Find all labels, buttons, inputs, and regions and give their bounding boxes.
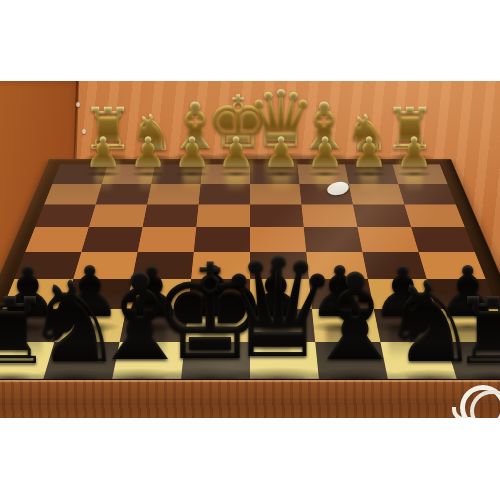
white-pawn-g2: ♟ bbox=[129, 132, 167, 174]
white-pawn-b2: ♟ bbox=[350, 132, 388, 174]
black-rook-a8: ♜ bbox=[452, 286, 500, 378]
white-pawn-d2: ♟ bbox=[262, 132, 300, 174]
white-cable-loop bbox=[452, 381, 500, 418]
letterbox-top bbox=[0, 0, 500, 81]
white-pawn-f2: ♟ bbox=[173, 132, 211, 174]
white-pawn-e2: ♟ bbox=[217, 132, 255, 174]
white-pawn-h2: ♟ bbox=[84, 132, 122, 174]
chess-set-photo: ♜♞♝♚♛♝♞♜♟♟♟♟♟♟♟♟♟♟♟♟♟♟♟♟♜♞♝♚♛♝♞♜ bbox=[0, 81, 500, 418]
white-pawn-a2: ♟ bbox=[395, 132, 433, 174]
photo-canvas: ♜♞♝♚♛♝♞♜♟♟♟♟♟♟♟♟♟♟♟♟♟♟♟♟♜♞♝♚♛♝♞♜ bbox=[0, 0, 500, 500]
pieces-layer: ♜♞♝♚♛♝♞♜♟♟♟♟♟♟♟♟♟♟♟♟♟♟♟♟♜♞♝♚♛♝♞♜ bbox=[0, 81, 500, 418]
letterbox-bottom bbox=[0, 418, 500, 500]
cable-tail bbox=[452, 407, 474, 418]
white-pawn-c2: ♟ bbox=[306, 132, 344, 174]
oak-shelf-edge bbox=[0, 380, 500, 418]
